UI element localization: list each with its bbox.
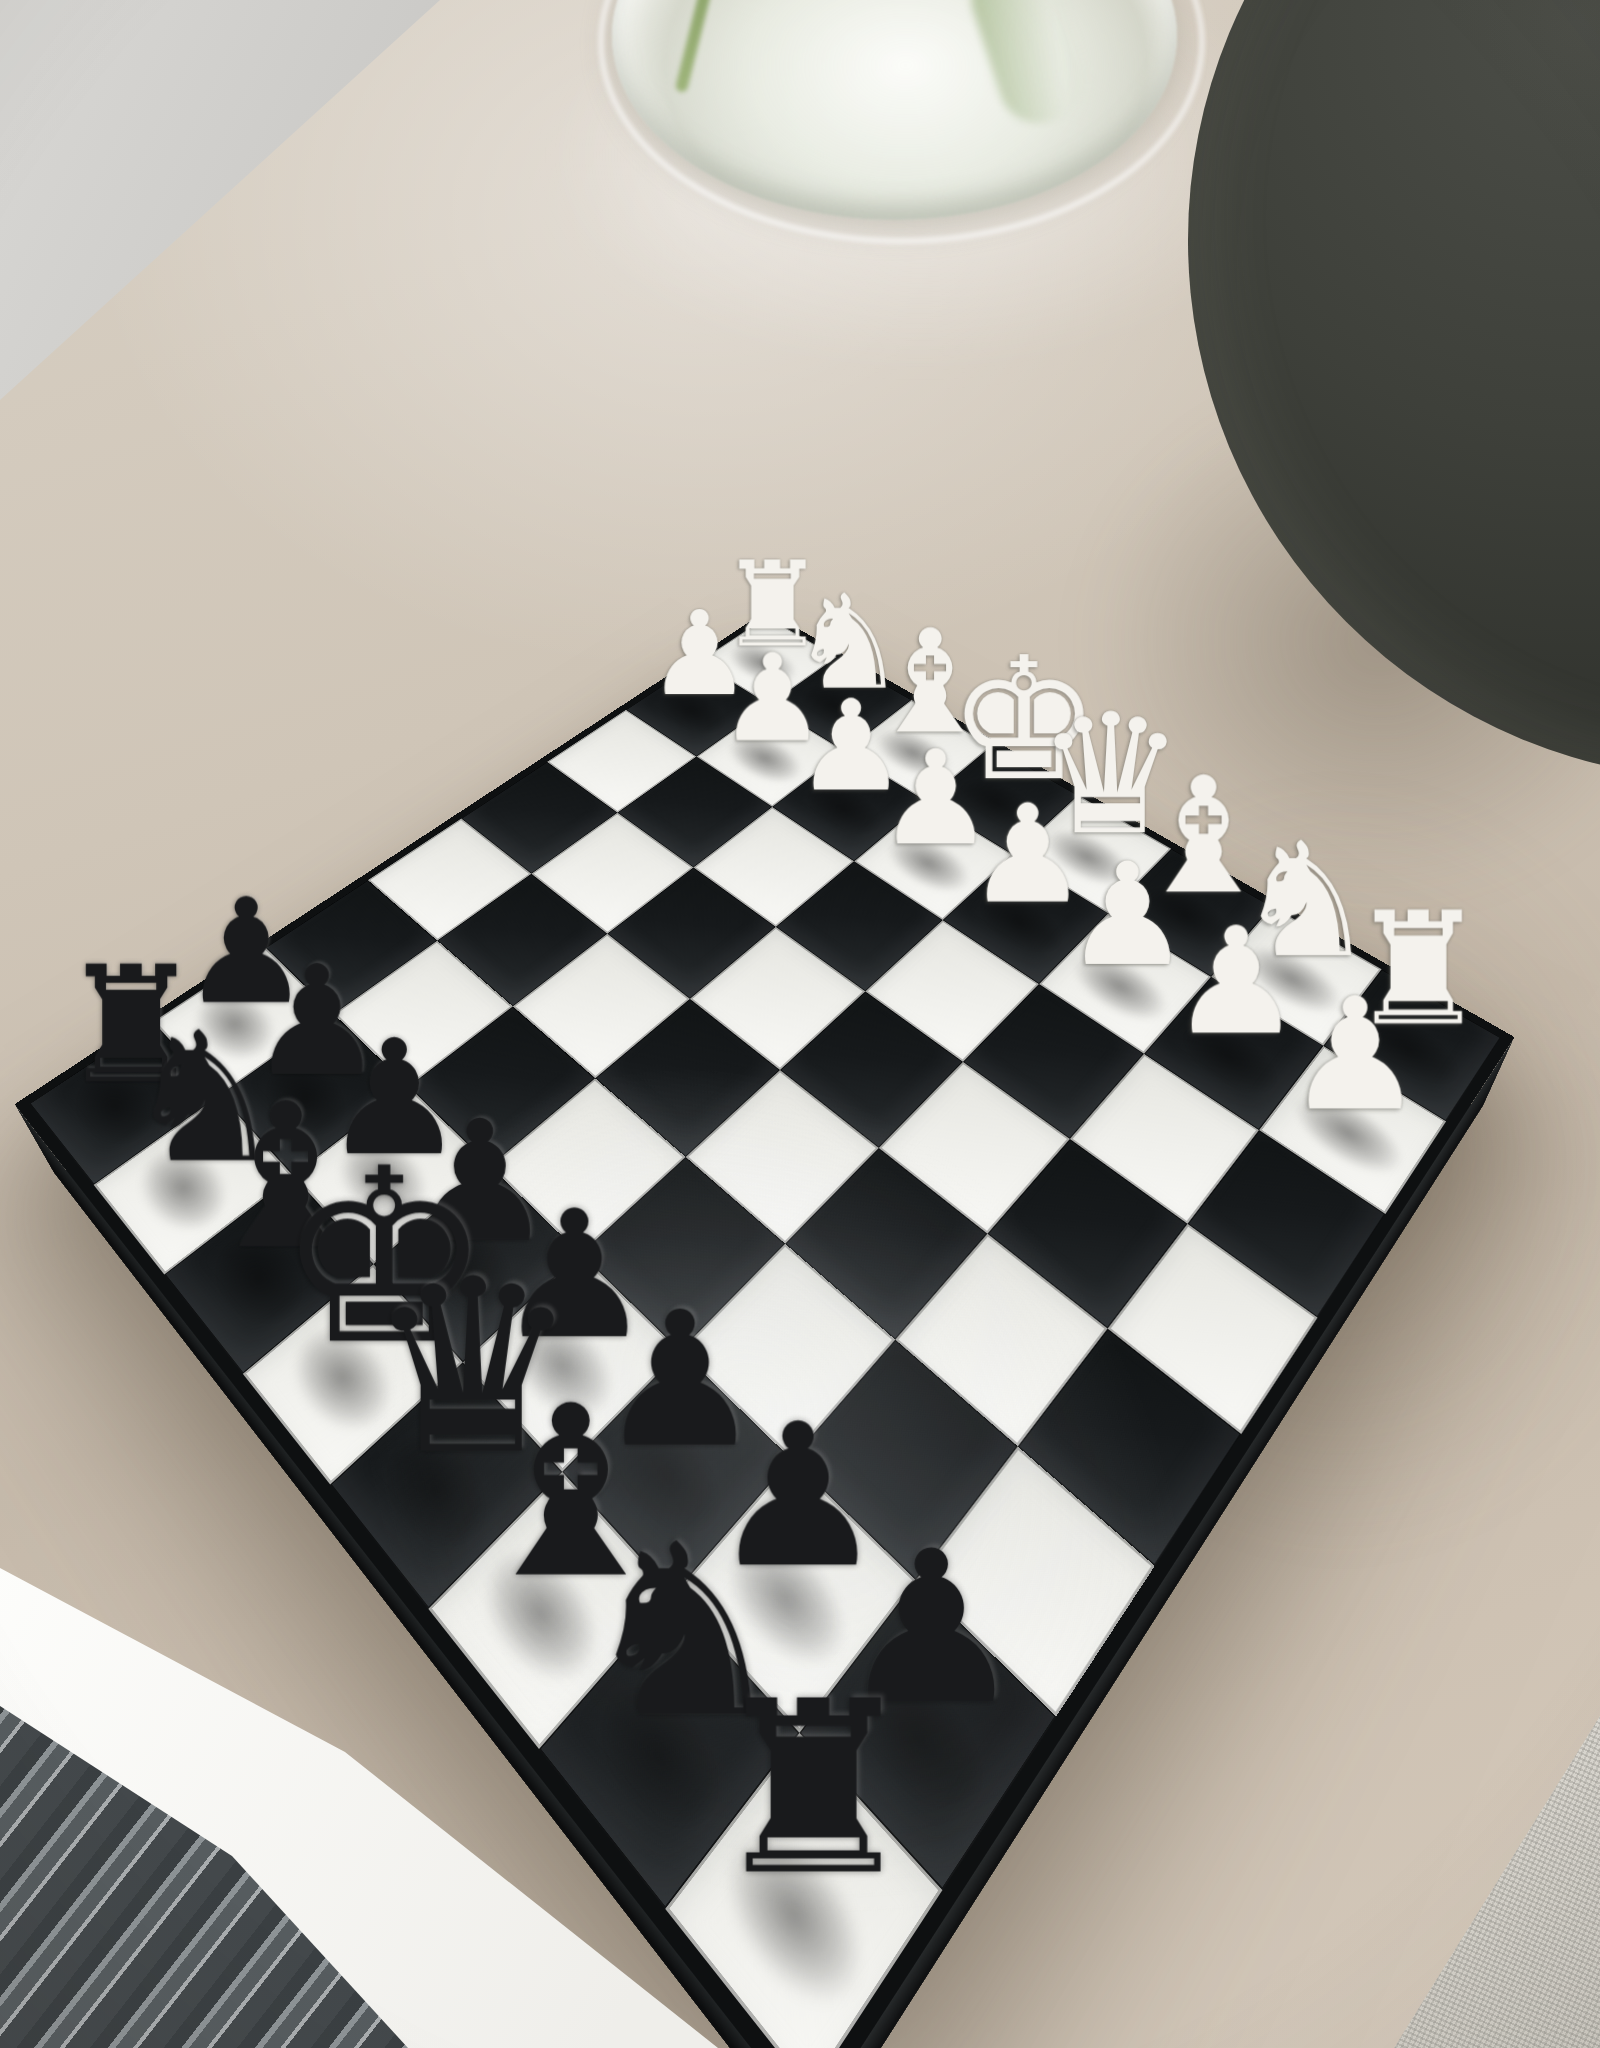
gray-surface — [0, 0, 460, 420]
white-pawn-a2[interactable]: ♟ — [1286, 983, 1420, 1126]
white-pawn-c2[interactable]: ♟ — [1064, 850, 1187, 980]
woven-fabric — [1380, 1700, 1600, 2048]
black-rook-a8[interactable]: ♜ — [706, 1680, 902, 1899]
white-pawn-b2[interactable]: ♟ — [1170, 913, 1298, 1049]
photo-scene: ♜♞♝♛♚♝♞♜♟♟♟♟♟♟♟♟♟♟♟♟♟♟♟♟♜♞♝♛♚♝♞♜ — [0, 0, 1600, 2048]
square-f5[interactable] — [513, 934, 690, 1079]
